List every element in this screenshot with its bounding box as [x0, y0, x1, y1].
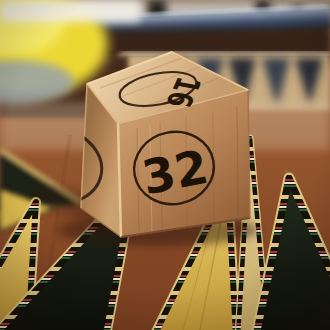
screenshot-root: 16 32 — [0, 0, 330, 330]
backgammon-photo-scene: 16 32 — [0, 0, 330, 330]
vignette-overlay — [0, 0, 330, 330]
